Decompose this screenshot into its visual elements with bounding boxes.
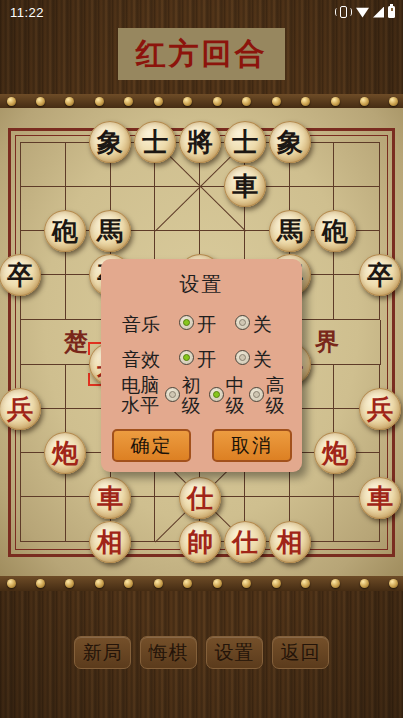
brass-stud-icon xyxy=(242,97,251,106)
sound-label: 音效 xyxy=(122,347,160,373)
brass-stud-icon xyxy=(124,97,133,106)
confirm-button[interactable]: 确定 xyxy=(112,429,191,462)
board-top-rail xyxy=(0,94,403,108)
brass-stud-icon xyxy=(154,97,163,106)
back-button[interactable]: 返回 xyxy=(272,636,329,669)
board-bottom-rail xyxy=(0,576,403,591)
brass-stud-icon xyxy=(36,579,45,588)
ai-beginner-radio[interactable] xyxy=(165,387,180,402)
sound-on-label: 开 xyxy=(197,347,216,373)
brass-stud-icon xyxy=(124,579,133,588)
brass-stud-icon xyxy=(272,579,281,588)
brass-stud-icon xyxy=(301,97,310,106)
xiangqi-piece-red-帥[interactable]: 帥 xyxy=(179,521,221,563)
brass-stud-icon xyxy=(213,579,222,588)
turn-banner-text: 红方回合 xyxy=(136,34,268,75)
brass-stud-icon xyxy=(36,97,45,106)
brass-stud-icon xyxy=(213,97,222,106)
xiangqi-piece-black-士[interactable]: 士 xyxy=(134,121,176,163)
xiangqi-piece-red-兵[interactable]: 兵 xyxy=(0,388,41,430)
settings-dialog: 设置 音乐 开 关 音效 开 关 电脑水平 初级 中级 高级 确定 取消 xyxy=(101,259,302,472)
xiangqi-piece-black-砲[interactable]: 砲 xyxy=(314,210,356,252)
ai-medium-radio[interactable] xyxy=(209,387,224,402)
ai-level-label: 电脑水平 xyxy=(121,376,163,416)
music-on-radio[interactable] xyxy=(179,315,194,330)
xiangqi-piece-red-相[interactable]: 相 xyxy=(269,521,311,563)
app-screen: 11:22 红方回合 楚河 汉界 新局 悔棋 设置 返回 象士將 xyxy=(0,0,403,718)
brass-stud-icon xyxy=(242,579,251,588)
brass-stud-icon xyxy=(183,579,192,588)
xiangqi-piece-red-兵[interactable]: 兵 xyxy=(359,388,401,430)
xiangqi-piece-red-仕[interactable]: 仕 xyxy=(179,477,221,519)
brass-stud-icon xyxy=(389,579,398,588)
river-edge-line-left xyxy=(20,320,21,365)
battery-icon xyxy=(388,6,395,18)
status-bar: 11:22 xyxy=(0,0,403,24)
brass-stud-icon xyxy=(183,97,192,106)
dialog-title: 设置 xyxy=(101,271,302,298)
ai-hard-radio[interactable] xyxy=(249,387,264,402)
brass-stud-icon xyxy=(7,97,16,106)
music-off-radio[interactable] xyxy=(235,315,250,330)
sound-off-label: 关 xyxy=(253,347,272,373)
undo-button[interactable]: 悔棋 xyxy=(140,636,197,669)
cancel-button[interactable]: 取消 xyxy=(212,429,292,462)
music-on-label: 开 xyxy=(197,312,216,338)
brass-stud-icon xyxy=(95,579,104,588)
xiangqi-piece-black-象[interactable]: 象 xyxy=(269,121,311,163)
wifi-icon xyxy=(356,7,369,18)
brass-stud-icon xyxy=(331,97,340,106)
new-game-button[interactable]: 新局 xyxy=(74,636,131,669)
brass-stud-icon xyxy=(301,579,310,588)
xiangqi-piece-black-象[interactable]: 象 xyxy=(89,121,131,163)
brass-stud-icon xyxy=(65,97,74,106)
sound-on-radio[interactable] xyxy=(179,350,194,365)
brass-stud-icon xyxy=(95,97,104,106)
music-label: 音乐 xyxy=(122,312,160,338)
brass-stud-icon xyxy=(272,97,281,106)
ai-hard-label: 高级 xyxy=(264,376,286,416)
xiangqi-piece-red-車[interactable]: 車 xyxy=(89,477,131,519)
xiangqi-piece-black-士[interactable]: 士 xyxy=(224,121,266,163)
xiangqi-piece-red-炮[interactable]: 炮 xyxy=(44,432,86,474)
xiangqi-piece-red-相[interactable]: 相 xyxy=(89,521,131,563)
brass-stud-icon xyxy=(331,579,340,588)
cell-signal-icon xyxy=(373,7,384,18)
xiangqi-piece-black-馬[interactable]: 馬 xyxy=(89,210,131,252)
settings-button[interactable]: 设置 xyxy=(206,636,263,669)
brass-stud-icon xyxy=(389,97,398,106)
clock-time: 11:22 xyxy=(10,5,44,20)
brass-stud-icon xyxy=(154,579,163,588)
xiangqi-piece-black-砲[interactable]: 砲 xyxy=(44,210,86,252)
brass-stud-icon xyxy=(360,97,369,106)
xiangqi-piece-red-炮[interactable]: 炮 xyxy=(314,432,356,474)
ai-medium-label: 中级 xyxy=(224,376,246,416)
sound-off-radio[interactable] xyxy=(235,350,250,365)
xiangqi-piece-black-將[interactable]: 將 xyxy=(179,121,221,163)
status-icons xyxy=(335,5,395,19)
turn-banner: 红方回合 xyxy=(118,28,285,80)
vibrate-icon xyxy=(335,6,352,18)
brass-stud-icon xyxy=(360,579,369,588)
brass-stud-icon xyxy=(65,579,74,588)
xiangqi-piece-black-馬[interactable]: 馬 xyxy=(269,210,311,252)
ai-beginner-label: 初级 xyxy=(180,376,202,416)
music-off-label: 关 xyxy=(253,312,272,338)
xiangqi-piece-red-車[interactable]: 車 xyxy=(359,477,401,519)
xiangqi-piece-red-仕[interactable]: 仕 xyxy=(224,521,266,563)
brass-stud-icon xyxy=(7,579,16,588)
